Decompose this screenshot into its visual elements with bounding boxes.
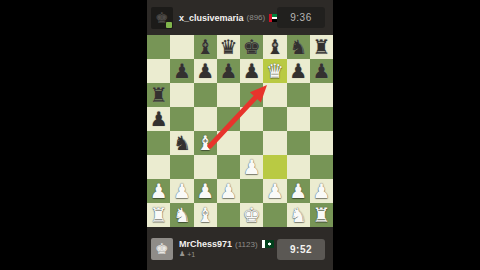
square-a3[interactable]	[147, 155, 170, 179]
board-area: ♝♛♚♝♞♜♟♟♟♟♛♟♟♜♟♞♝♟♟♟♟♟♟♟♟♜♞♝♚♞♜	[147, 35, 333, 227]
square-f3[interactable]	[263, 155, 286, 179]
chess-board: ♝♛♚♝♞♜♟♟♟♟♛♟♟♜♟♞♝♟♟♟♟♟♟♟♟♜♞♝♚♞♜	[147, 35, 333, 227]
square-c3[interactable]	[194, 155, 217, 179]
square-b4[interactable]: ♞	[170, 131, 193, 155]
square-b8[interactable]	[170, 35, 193, 59]
piece-white-pawn-f2: ♟	[266, 181, 284, 201]
square-g3[interactable]	[287, 155, 310, 179]
square-b3[interactable]	[170, 155, 193, 179]
square-b6[interactable]	[170, 83, 193, 107]
piece-black-bishop-f8: ♝	[266, 37, 284, 57]
piece-white-rook-a1: ♜	[150, 205, 168, 225]
square-h2[interactable]: ♟	[310, 179, 333, 203]
square-d2[interactable]: ♟	[217, 179, 240, 203]
square-h6[interactable]	[310, 83, 333, 107]
square-h3[interactable]	[310, 155, 333, 179]
square-d6[interactable]	[217, 83, 240, 107]
square-f4[interactable]	[263, 131, 286, 155]
piece-black-king-e8: ♚	[243, 37, 261, 57]
square-g5[interactable]	[287, 107, 310, 131]
piece-black-pawn-c7: ♟	[196, 61, 214, 81]
piece-white-queen-f7: ♛	[266, 61, 284, 81]
bottom-clock-time: 9:52	[290, 244, 312, 255]
piece-black-pawn-b7: ♟	[173, 61, 191, 81]
bottom-player-clock: 9:52	[277, 239, 325, 260]
square-f8[interactable]: ♝	[263, 35, 286, 59]
piece-white-pawn-d2: ♟	[219, 181, 237, 201]
top-player-rating: (896)	[247, 13, 266, 22]
square-f1[interactable]	[263, 203, 286, 227]
square-d5[interactable]	[217, 107, 240, 131]
top-player-name[interactable]: x_clusivemaria	[179, 13, 244, 23]
square-e4[interactable]	[240, 131, 263, 155]
square-c5[interactable]	[194, 107, 217, 131]
square-c1[interactable]: ♝	[194, 203, 217, 227]
square-c4[interactable]: ♝	[194, 131, 217, 155]
chess-app-window: ♚ x_clusivemaria (896) 9:36 ♝♛♚♝♞♜♟♟♟♟♛♟…	[147, 0, 333, 270]
piece-black-pawn-h7: ♟	[312, 61, 330, 81]
piece-white-bishop-c4: ♝	[196, 133, 214, 153]
square-e1[interactable]: ♚	[240, 203, 263, 227]
piece-black-pawn-d7: ♟	[219, 61, 237, 81]
square-c7[interactable]: ♟	[194, 59, 217, 83]
piece-black-rook-h8: ♜	[312, 37, 330, 57]
square-d3[interactable]	[217, 155, 240, 179]
top-player-clock: 9:36	[277, 7, 325, 28]
square-e5[interactable]	[240, 107, 263, 131]
square-g2[interactable]: ♟	[287, 179, 310, 203]
square-h4[interactable]	[310, 131, 333, 155]
square-a2[interactable]: ♟	[147, 179, 170, 203]
white-king-avatar-icon: ♚	[155, 240, 168, 258]
piece-white-pawn-h2: ♟	[312, 181, 330, 201]
square-c8[interactable]: ♝	[194, 35, 217, 59]
piece-white-knight-b1: ♞	[173, 205, 191, 225]
square-h5[interactable]	[310, 107, 333, 131]
piece-black-knight-g8: ♞	[289, 37, 307, 57]
square-h1[interactable]: ♜	[310, 203, 333, 227]
bottom-player-name[interactable]: MrChess971	[179, 239, 232, 249]
square-f5[interactable]	[263, 107, 286, 131]
square-h7[interactable]: ♟	[310, 59, 333, 83]
square-a5[interactable]: ♟	[147, 107, 170, 131]
bottom-player-rating: (1123)	[235, 240, 258, 249]
square-b5[interactable]	[170, 107, 193, 131]
square-e6[interactable]	[240, 83, 263, 107]
square-c2[interactable]: ♟	[194, 179, 217, 203]
piece-white-pawn-g2: ♟	[289, 181, 307, 201]
piece-white-king-e1: ♚	[243, 205, 261, 225]
piece-white-pawn-b2: ♟	[173, 181, 191, 201]
top-player-bar: ♚ x_clusivemaria (896) 9:36	[147, 0, 333, 35]
square-g1[interactable]: ♞	[287, 203, 310, 227]
piece-white-rook-h1: ♜	[312, 205, 330, 225]
square-a7[interactable]	[147, 59, 170, 83]
piece-black-bishop-c8: ♝	[196, 37, 214, 57]
square-f7[interactable]: ♛	[263, 59, 286, 83]
material-count: +1	[187, 251, 195, 258]
piece-white-bishop-c1: ♝	[196, 205, 214, 225]
square-f6[interactable]	[263, 83, 286, 107]
square-d4[interactable]	[217, 131, 240, 155]
square-g4[interactable]	[287, 131, 310, 155]
piece-white-pawn-e3: ♟	[243, 157, 261, 177]
pakistan-flag-icon	[262, 240, 274, 248]
online-status-dot	[166, 22, 172, 28]
square-e8[interactable]: ♚	[240, 35, 263, 59]
square-b1[interactable]: ♞	[170, 203, 193, 227]
piece-black-pawn-g7: ♟	[289, 61, 307, 81]
captured-pawn-icon: ♟	[179, 250, 185, 258]
piece-black-pawn-a5: ♟	[150, 109, 168, 129]
material-advantage: ♟ +1	[179, 250, 274, 258]
piece-white-pawn-a2: ♟	[150, 181, 168, 201]
piece-black-rook-a6: ♜	[150, 85, 168, 105]
square-g7[interactable]: ♟	[287, 59, 310, 83]
square-d1[interactable]	[217, 203, 240, 227]
square-d8[interactable]: ♛	[217, 35, 240, 59]
square-a1[interactable]: ♜	[147, 203, 170, 227]
top-player-avatar[interactable]: ♚	[151, 7, 173, 29]
square-e3[interactable]: ♟	[240, 155, 263, 179]
square-e7[interactable]: ♟	[240, 59, 263, 83]
square-g8[interactable]: ♞	[287, 35, 310, 59]
piece-black-knight-b4: ♞	[173, 133, 191, 153]
bottom-player-bar: ♚ MrChess971 (1123) ♟ +1 9:52	[147, 227, 333, 270]
square-b2[interactable]: ♟	[170, 179, 193, 203]
square-b7[interactable]: ♟	[170, 59, 193, 83]
piece-black-pawn-e7: ♟	[243, 61, 261, 81]
square-a4[interactable]	[147, 131, 170, 155]
letterbox: ♚ x_clusivemaria (896) 9:36 ♝♛♚♝♞♜♟♟♟♟♛♟…	[0, 0, 480, 270]
piece-white-pawn-c2: ♟	[196, 181, 214, 201]
square-h8[interactable]: ♜	[310, 35, 333, 59]
square-d7[interactable]: ♟	[217, 59, 240, 83]
square-a6[interactable]: ♜	[147, 83, 170, 107]
top-clock-time: 9:36	[290, 12, 311, 23]
square-f2[interactable]: ♟	[263, 179, 286, 203]
square-g6[interactable]	[287, 83, 310, 107]
square-e2[interactable]	[240, 179, 263, 203]
square-c6[interactable]	[194, 83, 217, 107]
piece-white-knight-g1: ♞	[289, 205, 307, 225]
bottom-player-avatar[interactable]: ♚	[151, 238, 173, 260]
square-a8[interactable]	[147, 35, 170, 59]
piece-black-queen-d8: ♛	[219, 37, 237, 57]
